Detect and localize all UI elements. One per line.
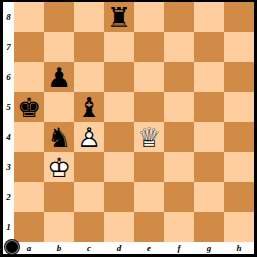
square-f2[interactable] xyxy=(164,182,194,212)
square-e8[interactable] xyxy=(134,2,164,32)
white-piece-outline: ♕ xyxy=(134,122,164,152)
square-a2[interactable] xyxy=(14,182,44,212)
rank-label-7: 7 xyxy=(3,32,14,62)
square-g7[interactable] xyxy=(194,32,224,62)
file-label-d: d xyxy=(104,242,134,254)
square-d8[interactable]: ♜ xyxy=(104,2,134,32)
file-label-g: g xyxy=(194,242,224,254)
square-b2[interactable] xyxy=(44,182,74,212)
square-h2[interactable] xyxy=(224,182,254,212)
rank-label-8: 8 xyxy=(3,2,14,32)
file-label-f: f xyxy=(164,242,194,254)
square-c4[interactable]: ♟♙ xyxy=(74,122,104,152)
square-h3[interactable] xyxy=(224,152,254,182)
square-c7[interactable] xyxy=(74,32,104,62)
square-g5[interactable] xyxy=(194,92,224,122)
square-c8[interactable] xyxy=(74,2,104,32)
rank-label-5: 5 xyxy=(3,92,14,122)
rank-labels: 87654321 xyxy=(3,2,14,242)
square-h8[interactable] xyxy=(224,2,254,32)
file-label-a: a xyxy=(14,242,44,254)
square-c6[interactable] xyxy=(74,62,104,92)
square-h5[interactable] xyxy=(224,92,254,122)
square-f4[interactable] xyxy=(164,122,194,152)
file-labels: abcdefgh xyxy=(14,242,254,254)
file-label-c: c xyxy=(74,242,104,254)
square-e3[interactable] xyxy=(134,152,164,182)
square-d4[interactable] xyxy=(104,122,134,152)
file-label-e: e xyxy=(134,242,164,254)
file-label-b: b xyxy=(44,242,74,254)
square-e5[interactable] xyxy=(134,92,164,122)
square-b6[interactable]: ♟ xyxy=(44,62,74,92)
white-piece-outline: ♔ xyxy=(44,152,74,182)
white-piece-outline: ♙ xyxy=(74,122,104,152)
square-g4[interactable] xyxy=(194,122,224,152)
black-piece-glyph: ♚ xyxy=(14,92,44,122)
square-b3[interactable]: ♚♔ xyxy=(44,152,74,182)
rank-label-3: 3 xyxy=(3,152,14,182)
square-e4[interactable]: ♛♕ xyxy=(134,122,164,152)
turn-indicator-black-to-move xyxy=(6,241,18,253)
black-pawn-b6[interactable]: ♟ xyxy=(44,62,74,92)
square-b5[interactable] xyxy=(44,92,74,122)
square-c3[interactable] xyxy=(74,152,104,182)
square-e2[interactable] xyxy=(134,182,164,212)
chess-board: ♜♟♚♝♞♟♙♛♕♚♔ xyxy=(14,2,254,242)
square-d3[interactable] xyxy=(104,152,134,182)
white-king-b3[interactable]: ♚♔ xyxy=(44,152,74,182)
square-h6[interactable] xyxy=(224,62,254,92)
square-a3[interactable] xyxy=(14,152,44,182)
black-piece-glyph: ♝ xyxy=(74,92,104,122)
square-b8[interactable] xyxy=(44,2,74,32)
square-f8[interactable] xyxy=(164,2,194,32)
square-e7[interactable] xyxy=(134,32,164,62)
square-g3[interactable] xyxy=(194,152,224,182)
square-a6[interactable] xyxy=(14,62,44,92)
white-queen-e4[interactable]: ♛♕ xyxy=(134,122,164,152)
square-e6[interactable] xyxy=(134,62,164,92)
black-bishop-c5[interactable]: ♝ xyxy=(74,92,104,122)
square-g1[interactable] xyxy=(194,212,224,242)
square-a8[interactable] xyxy=(14,2,44,32)
white-pawn-c4[interactable]: ♟♙ xyxy=(74,122,104,152)
chess-diagram: 87654321 ♜♟♚♝♞♟♙♛♕♚♔ abcdefgh xyxy=(0,0,257,257)
square-a4[interactable] xyxy=(14,122,44,152)
square-g6[interactable] xyxy=(194,62,224,92)
rank-label-2: 2 xyxy=(3,182,14,212)
square-h7[interactable] xyxy=(224,32,254,62)
square-d1[interactable] xyxy=(104,212,134,242)
square-d2[interactable] xyxy=(104,182,134,212)
square-c1[interactable] xyxy=(74,212,104,242)
square-d5[interactable] xyxy=(104,92,134,122)
rank-label-1: 1 xyxy=(3,212,14,242)
square-h4[interactable] xyxy=(224,122,254,152)
black-piece-glyph: ♜ xyxy=(104,2,134,32)
square-d6[interactable] xyxy=(104,62,134,92)
square-g8[interactable] xyxy=(194,2,224,32)
black-knight-b4[interactable]: ♞ xyxy=(44,122,74,152)
black-rook-d8[interactable]: ♜ xyxy=(104,2,134,32)
square-f6[interactable] xyxy=(164,62,194,92)
square-f5[interactable] xyxy=(164,92,194,122)
square-h1[interactable] xyxy=(224,212,254,242)
board-area: 87654321 ♜♟♚♝♞♟♙♛♕♚♔ abcdefgh xyxy=(3,2,254,254)
rank-label-4: 4 xyxy=(3,122,14,152)
square-b4[interactable]: ♞ xyxy=(44,122,74,152)
square-d7[interactable] xyxy=(104,32,134,62)
square-a7[interactable] xyxy=(14,32,44,62)
square-g2[interactable] xyxy=(194,182,224,212)
square-b1[interactable] xyxy=(44,212,74,242)
square-a1[interactable] xyxy=(14,212,44,242)
square-b7[interactable] xyxy=(44,32,74,62)
black-king-a5[interactable]: ♚ xyxy=(14,92,44,122)
square-c2[interactable] xyxy=(74,182,104,212)
black-piece-glyph: ♟ xyxy=(44,62,74,92)
square-f7[interactable] xyxy=(164,32,194,62)
black-piece-glyph: ♞ xyxy=(44,122,74,152)
square-a5[interactable]: ♚ xyxy=(14,92,44,122)
file-label-h: h xyxy=(224,242,254,254)
rank-label-6: 6 xyxy=(3,62,14,92)
square-e1[interactable] xyxy=(134,212,164,242)
square-f1[interactable] xyxy=(164,212,194,242)
square-c5[interactable]: ♝ xyxy=(74,92,104,122)
square-f3[interactable] xyxy=(164,152,194,182)
